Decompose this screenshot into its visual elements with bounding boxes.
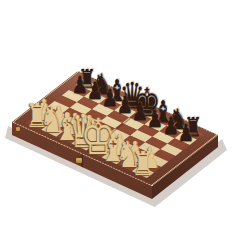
brass-hinge [16,127,20,131]
brass-clasp [76,158,82,163]
chess-set-product-photo[interactable]: ♜♞♝♛♚♝♞♜♟♟♟♟♟♟♟♟♟♟♟♟♟♟♟♟♜♞♝♛♚♝♞♜ [0,0,235,235]
